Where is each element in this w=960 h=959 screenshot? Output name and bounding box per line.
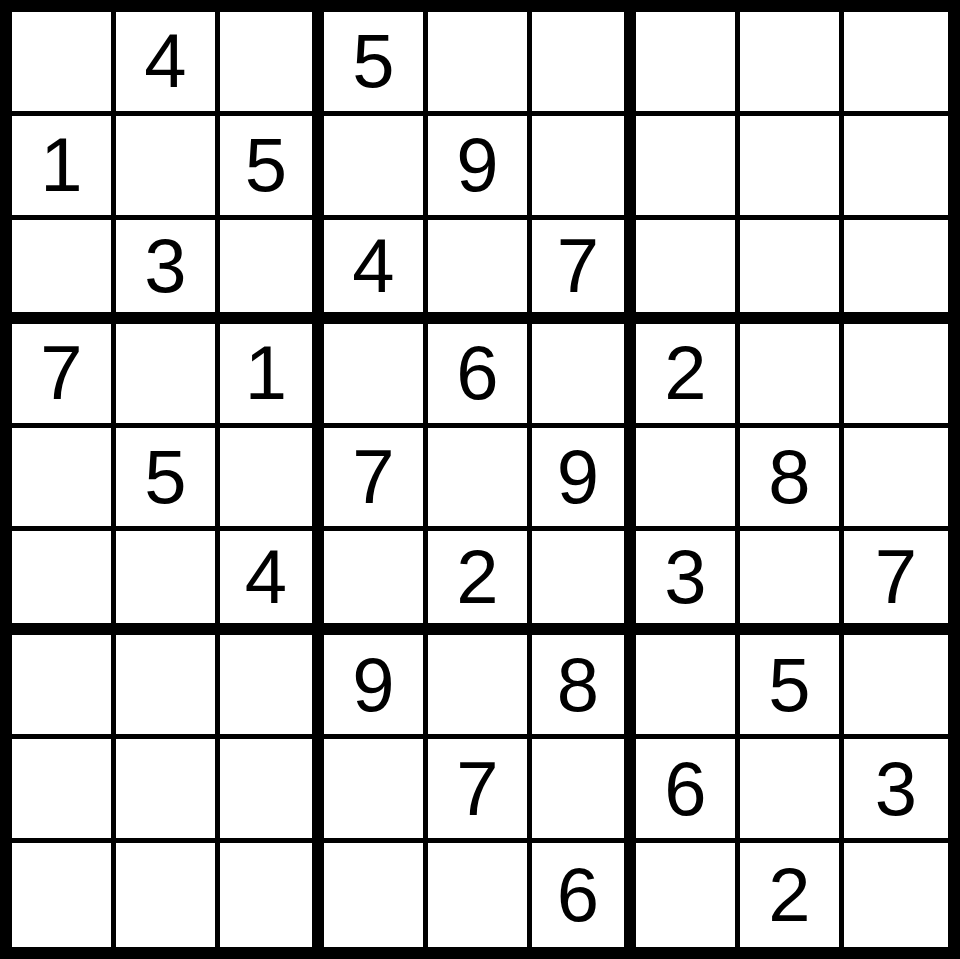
cell-r6c8[interactable] <box>740 531 844 635</box>
cell-r2c2[interactable] <box>116 116 220 220</box>
cell-r8c4[interactable] <box>324 739 428 843</box>
cell-r7c9[interactable] <box>844 635 948 739</box>
cell-r4c9[interactable] <box>844 324 948 428</box>
cell-r4c4[interactable] <box>324 324 428 428</box>
cell-r8c3[interactable] <box>220 739 324 843</box>
cell-r3c2[interactable]: 3 <box>116 220 220 324</box>
cell-r2c9[interactable] <box>844 116 948 220</box>
cell-r8c8[interactable] <box>740 739 844 843</box>
cell-r3c4[interactable]: 4 <box>324 220 428 324</box>
cell-r9c8[interactable]: 2 <box>740 843 844 947</box>
cell-r6c2[interactable] <box>116 531 220 635</box>
cell-r2c5[interactable]: 9 <box>428 116 532 220</box>
cell-r2c4[interactable] <box>324 116 428 220</box>
cell-r6c7[interactable]: 3 <box>636 531 740 635</box>
cell-r4c6[interactable] <box>532 324 636 428</box>
cell-r7c6[interactable]: 8 <box>532 635 636 739</box>
cell-r5c7[interactable] <box>636 428 740 532</box>
cell-r8c2[interactable] <box>116 739 220 843</box>
cell-r8c5[interactable]: 7 <box>428 739 532 843</box>
cell-r5c3[interactable] <box>220 428 324 532</box>
cell-r7c2[interactable] <box>116 635 220 739</box>
cell-r3c8[interactable] <box>740 220 844 324</box>
cell-r5c6[interactable]: 9 <box>532 428 636 532</box>
cell-r1c2[interactable]: 4 <box>116 12 220 116</box>
cell-r3c3[interactable] <box>220 220 324 324</box>
cell-r1c7[interactable] <box>636 12 740 116</box>
cell-r2c8[interactable] <box>740 116 844 220</box>
cell-r5c2[interactable]: 5 <box>116 428 220 532</box>
cell-r1c1[interactable] <box>12 12 116 116</box>
cell-r7c7[interactable] <box>636 635 740 739</box>
cell-r3c1[interactable] <box>12 220 116 324</box>
cell-r9c5[interactable] <box>428 843 532 947</box>
cell-r3c9[interactable] <box>844 220 948 324</box>
cell-r9c7[interactable] <box>636 843 740 947</box>
cell-r8c1[interactable] <box>12 739 116 843</box>
cell-r7c5[interactable] <box>428 635 532 739</box>
cell-r5c4[interactable]: 7 <box>324 428 428 532</box>
cell-r5c9[interactable] <box>844 428 948 532</box>
cell-r8c7[interactable]: 6 <box>636 739 740 843</box>
cell-r1c8[interactable] <box>740 12 844 116</box>
cell-r6c6[interactable] <box>532 531 636 635</box>
cell-r2c6[interactable] <box>532 116 636 220</box>
cell-r9c9[interactable] <box>844 843 948 947</box>
cell-r1c4[interactable]: 5 <box>324 12 428 116</box>
cell-r4c1[interactable]: 7 <box>12 324 116 428</box>
cell-r5c5[interactable] <box>428 428 532 532</box>
cell-r7c8[interactable]: 5 <box>740 635 844 739</box>
cell-r9c2[interactable] <box>116 843 220 947</box>
cell-r1c9[interactable] <box>844 12 948 116</box>
cell-r9c4[interactable] <box>324 843 428 947</box>
cell-r3c7[interactable] <box>636 220 740 324</box>
cell-r9c1[interactable] <box>12 843 116 947</box>
cell-r8c9[interactable]: 3 <box>844 739 948 843</box>
cell-r4c2[interactable] <box>116 324 220 428</box>
cell-r1c3[interactable] <box>220 12 324 116</box>
cell-r4c7[interactable]: 2 <box>636 324 740 428</box>
sudoku-board: 4515934771625798423798576362 <box>0 0 960 959</box>
cell-r7c4[interactable]: 9 <box>324 635 428 739</box>
cell-r6c3[interactable]: 4 <box>220 531 324 635</box>
cell-r6c9[interactable]: 7 <box>844 531 948 635</box>
cell-r6c5[interactable]: 2 <box>428 531 532 635</box>
cell-r3c5[interactable] <box>428 220 532 324</box>
cell-r4c3[interactable]: 1 <box>220 324 324 428</box>
cell-r2c3[interactable]: 5 <box>220 116 324 220</box>
cell-r1c6[interactable] <box>532 12 636 116</box>
cell-r1c5[interactable] <box>428 12 532 116</box>
cell-r8c6[interactable] <box>532 739 636 843</box>
cell-r2c1[interactable]: 1 <box>12 116 116 220</box>
cell-r9c6[interactable]: 6 <box>532 843 636 947</box>
cell-r6c4[interactable] <box>324 531 428 635</box>
cell-r2c7[interactable] <box>636 116 740 220</box>
cell-r5c8[interactable]: 8 <box>740 428 844 532</box>
cell-r4c5[interactable]: 6 <box>428 324 532 428</box>
cell-r5c1[interactable] <box>12 428 116 532</box>
cell-r9c3[interactable] <box>220 843 324 947</box>
cell-r4c8[interactable] <box>740 324 844 428</box>
cell-r3c6[interactable]: 7 <box>532 220 636 324</box>
cell-r6c1[interactable] <box>12 531 116 635</box>
cell-r7c3[interactable] <box>220 635 324 739</box>
cell-r7c1[interactable] <box>12 635 116 739</box>
